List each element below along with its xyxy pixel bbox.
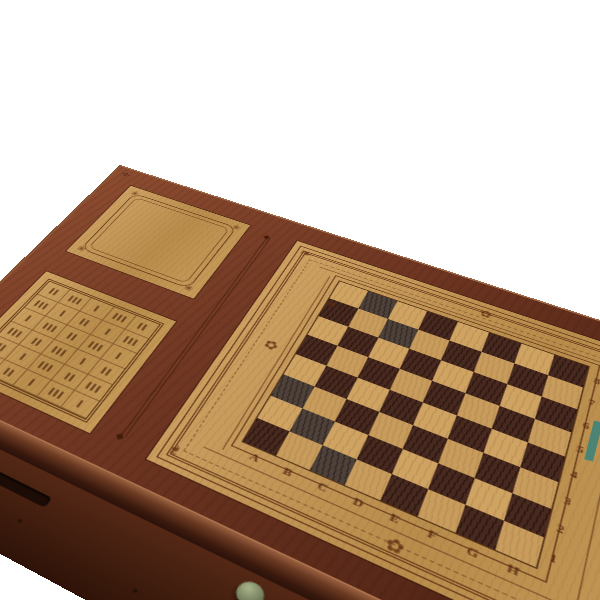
tally-mark xyxy=(60,350,68,357)
tally-mark xyxy=(132,339,139,346)
file-label-g: G xyxy=(465,545,480,561)
tally-mark xyxy=(28,379,36,387)
corner-flourish-icon: ❧ xyxy=(298,247,315,259)
tally-mark xyxy=(94,386,102,394)
score-grid xyxy=(0,279,164,423)
rank-label-8: 8 xyxy=(593,376,600,386)
inlay-tip-icon: ◆ xyxy=(113,430,127,442)
drawer-knob[interactable] xyxy=(232,577,269,600)
chessboard xyxy=(243,281,588,567)
file-label-a: A xyxy=(247,452,261,465)
file-label-h: H xyxy=(506,562,521,578)
file-label-d: D xyxy=(351,496,365,510)
tally-mark xyxy=(104,328,111,335)
blank-cartouche-panel: ❀ ❀ ❀ ❀ xyxy=(66,186,250,299)
file-label-c: C xyxy=(316,481,330,494)
tally-mark xyxy=(83,320,90,327)
margin-stem xyxy=(576,377,600,600)
rank-label-4: 4 xyxy=(569,469,578,481)
rank-label-6: 6 xyxy=(582,420,591,431)
screw-mark xyxy=(17,518,23,523)
rank-label-5: 5 xyxy=(576,444,585,455)
vine-icon: ✿ xyxy=(478,308,493,320)
inlay-tip-icon: ◆ xyxy=(262,233,272,240)
rank-label-1: 1 xyxy=(548,551,558,565)
tally-mark xyxy=(0,345,7,352)
vine-icon: ✿ xyxy=(383,534,408,559)
frame-corner-inlay-icon: ✛ xyxy=(119,170,132,178)
tally-mark xyxy=(141,324,148,331)
tally-mark xyxy=(105,369,113,377)
rank-label-2: 2 xyxy=(556,522,566,535)
corner-flourish-icon: ❧ xyxy=(163,441,187,459)
file-label-b: B xyxy=(281,466,294,479)
tally-mark xyxy=(71,334,78,341)
games-table: ✛ ❀ ❀ ❀ ❀ ◆ ◆ xyxy=(0,165,600,600)
tally-mark xyxy=(115,352,122,359)
screw-mark xyxy=(132,588,139,594)
tally-mark xyxy=(19,353,27,360)
tally-mark xyxy=(24,315,32,322)
tally-mark xyxy=(59,310,66,317)
file-label-e: E xyxy=(388,512,401,526)
file-label-f: F xyxy=(426,528,438,542)
rank-label-7: 7 xyxy=(587,398,595,408)
rank-label-3: 3 xyxy=(563,495,572,508)
tally-mark xyxy=(76,400,84,408)
score-grid-panel xyxy=(0,271,176,433)
flower-icon: ❀ xyxy=(75,245,88,253)
cartouche-border xyxy=(80,193,237,289)
product-photo-scene: ✛ ❀ ❀ ❀ ❀ ◆ ◆ xyxy=(0,0,600,600)
tally-mark xyxy=(93,305,100,312)
vine-icon: ✿ xyxy=(261,338,282,352)
tally-mark xyxy=(79,358,87,365)
tally-mark xyxy=(46,365,54,373)
